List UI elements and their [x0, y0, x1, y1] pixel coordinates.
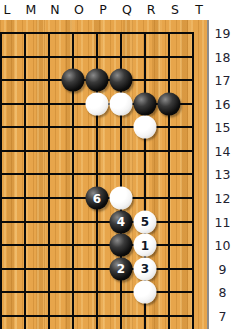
row-labels-strip: 19181716151413121110987 — [209, 20, 236, 329]
grid-line-row-15 — [0, 126, 194, 128]
move-number-2: 2 — [117, 263, 125, 275]
grid-line-column-L — [0, 32, 2, 329]
black-stone-Q11: 4 — [110, 210, 133, 233]
row-label-17: 17 — [209, 73, 236, 88]
grid-line-column-N — [48, 32, 50, 329]
move-number-4: 4 — [117, 216, 125, 228]
go-diagram: 642513 LMNOPQRST 19181716151413121110987 — [0, 0, 236, 329]
grid-line-row-13 — [0, 173, 194, 175]
move-number-5: 5 — [141, 216, 149, 228]
column-label-N: N — [50, 1, 59, 19]
white-stone-Q16 — [110, 92, 133, 115]
black-stone-Q10 — [110, 234, 133, 257]
column-label-L: L — [4, 1, 11, 19]
row-label-10: 10 — [209, 238, 236, 253]
row-label-7: 7 — [209, 308, 236, 323]
black-stone-P17 — [86, 69, 109, 92]
white-stone-R10: 1 — [134, 234, 157, 257]
white-stone-R11: 5 — [134, 210, 157, 233]
go-board[interactable]: 642513 — [0, 20, 209, 329]
move-number-6: 6 — [93, 192, 101, 204]
white-stone-R15 — [134, 116, 157, 139]
row-label-15: 15 — [209, 120, 236, 135]
row-label-9: 9 — [209, 261, 236, 276]
grid-line-row-18 — [0, 56, 194, 58]
grid-line-row-11 — [0, 221, 194, 223]
row-label-12: 12 — [209, 191, 236, 206]
grid-line-column-M — [24, 32, 26, 329]
white-stone-P16 — [86, 92, 109, 115]
black-stone-R16 — [134, 92, 157, 115]
row-label-16: 16 — [209, 96, 236, 111]
row-label-8: 8 — [209, 285, 236, 300]
black-stone-O17 — [62, 69, 85, 92]
column-label-Q: Q — [122, 1, 132, 19]
column-label-M: M — [26, 1, 37, 19]
move-number-3: 3 — [141, 263, 149, 275]
grid-line-row-7 — [0, 315, 194, 317]
row-label-14: 14 — [209, 143, 236, 158]
grid-line-row-8 — [0, 291, 194, 293]
column-label-P: P — [99, 1, 107, 19]
white-stone-R9: 3 — [134, 257, 157, 280]
grid-line-row-14 — [0, 150, 194, 152]
row-label-19: 19 — [209, 26, 236, 41]
black-stone-P12: 6 — [86, 187, 109, 210]
grid-line-column-T — [192, 32, 194, 329]
grid-line-row-10 — [0, 244, 194, 246]
row-label-11: 11 — [209, 214, 236, 229]
column-label-O: O — [74, 1, 84, 19]
column-labels-strip: LMNOPQRST — [0, 0, 236, 20]
column-label-T: T — [195, 1, 203, 19]
white-stone-R8 — [134, 281, 157, 304]
column-label-R: R — [147, 1, 156, 19]
grid-line-row-9 — [0, 268, 194, 270]
black-stone-Q17 — [110, 69, 133, 92]
move-number-1: 1 — [141, 239, 149, 251]
column-label-S: S — [171, 1, 179, 19]
grid-line-row-19 — [0, 32, 194, 34]
row-label-18: 18 — [209, 49, 236, 64]
white-stone-Q12 — [110, 187, 133, 210]
row-label-13: 13 — [209, 167, 236, 182]
black-stone-Q9: 2 — [110, 257, 133, 280]
black-stone-S16 — [158, 92, 181, 115]
grid-line-column-S — [168, 32, 170, 329]
